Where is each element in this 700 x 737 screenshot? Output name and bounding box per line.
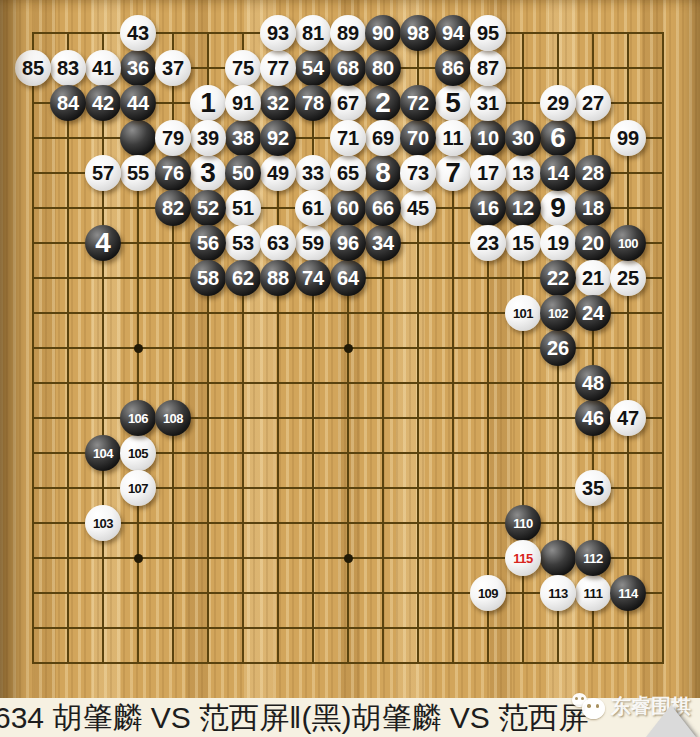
stone-number: 99 <box>617 128 639 148</box>
stone-number: 101 <box>513 307 533 320</box>
stone-number: 67 <box>337 93 359 113</box>
stone-number: 35 <box>582 478 604 498</box>
stone: 90 <box>365 15 401 51</box>
stone-number: 28 <box>582 163 604 183</box>
stone-number: 102 <box>548 307 568 320</box>
stone-number: 104 <box>93 447 113 460</box>
stone-number: 26 <box>547 338 569 358</box>
grid-line <box>662 32 664 664</box>
stone: 80 <box>365 50 401 86</box>
stone: 48 <box>575 365 611 401</box>
stone-number: 25 <box>617 268 639 288</box>
stone-number: 56 <box>197 233 219 253</box>
stone: 84 <box>50 85 86 121</box>
stone-number: 14 <box>547 163 569 183</box>
grid-line <box>32 662 664 664</box>
stone: 24 <box>575 295 611 331</box>
stone-number: 41 <box>92 58 114 78</box>
stone-number: 65 <box>337 163 359 183</box>
setup-stone <box>120 120 156 156</box>
stone-number: 74 <box>302 268 324 288</box>
setup-stone <box>540 540 576 576</box>
stone-number: 66 <box>372 198 394 218</box>
stone: 104 <box>85 435 121 471</box>
stone-number: 1 <box>200 89 216 117</box>
stone-number: 34 <box>372 233 394 253</box>
stone-number: 108 <box>163 412 183 425</box>
stone: 29 <box>540 85 576 121</box>
stone-number: 50 <box>232 163 254 183</box>
stone: 32 <box>260 85 296 121</box>
stone-number: 84 <box>57 93 79 113</box>
stone-number: 113 <box>548 587 567 600</box>
stone-number: 44 <box>127 93 149 113</box>
stone: 76 <box>155 155 191 191</box>
stone-number: 9 <box>550 194 566 222</box>
stone-number: 69 <box>372 128 394 148</box>
stone: 66 <box>365 190 401 226</box>
stone-number: 87 <box>477 58 499 78</box>
stone-number: 30 <box>512 128 534 148</box>
stone-number: 51 <box>232 198 254 218</box>
stone-number: 68 <box>337 58 359 78</box>
stone-number: 38 <box>232 128 254 148</box>
stone-number: 106 <box>128 412 148 425</box>
scroll-top-arrow[interactable] <box>646 705 696 737</box>
stone: 12 <box>505 190 541 226</box>
stone: 69 <box>365 120 401 156</box>
stone: 102 <box>540 295 576 331</box>
star-point <box>134 344 143 353</box>
stone-number: 23 <box>477 233 499 253</box>
stone-number: 112 <box>583 552 602 565</box>
stone: 63 <box>260 225 296 261</box>
stone: 53 <box>225 225 261 261</box>
stone-number: 29 <box>547 93 569 113</box>
stone: 96 <box>330 225 366 261</box>
stone: 105 <box>120 435 156 471</box>
stone: 110 <box>505 505 541 541</box>
caption-text: 634 胡肇麟 VS 范西屏‖(黑)胡肇麟 VS 范西屏 <box>0 698 588 737</box>
stone-number: 2 <box>375 89 391 117</box>
stone-number: 109 <box>478 587 498 600</box>
stone-number: 62 <box>232 268 254 288</box>
stone-number: 12 <box>512 198 534 218</box>
grid-line <box>32 382 664 384</box>
stone-number: 36 <box>127 58 149 78</box>
stone: 91 <box>225 85 261 121</box>
stone-number: 31 <box>477 93 499 113</box>
stone-number: 13 <box>512 163 534 183</box>
stone-number: 60 <box>337 198 359 218</box>
stone: 108 <box>155 400 191 436</box>
stone-number: 43 <box>127 23 149 43</box>
stone: 106 <box>120 400 156 436</box>
stone-number: 6 <box>550 124 566 152</box>
stone: 51 <box>225 190 261 226</box>
stone-number: 37 <box>162 58 184 78</box>
stone: 20 <box>575 225 611 261</box>
stone: 28 <box>575 155 611 191</box>
stone: 87 <box>470 50 506 86</box>
stone: 15 <box>505 225 541 261</box>
stone-number: 93 <box>267 23 289 43</box>
stone-number: 100 <box>618 237 638 250</box>
stone-number: 7 <box>445 159 461 187</box>
stone: 114 <box>610 575 646 611</box>
stone: 35 <box>575 470 611 506</box>
stone: 17 <box>470 155 506 191</box>
stone-number: 10 <box>477 128 499 148</box>
stone: 62 <box>225 260 261 296</box>
stone: 57 <box>85 155 121 191</box>
stone: 45 <box>400 190 436 226</box>
chat-bubble-large-icon <box>582 698 605 719</box>
stone: 101 <box>505 295 541 331</box>
stone-number: 77 <box>267 58 289 78</box>
stone: 93 <box>260 15 296 51</box>
star-point <box>134 554 143 563</box>
stone: 19 <box>540 225 576 261</box>
stone-number: 111 <box>584 587 603 600</box>
stone: 13 <box>505 155 541 191</box>
stone: 41 <box>85 50 121 86</box>
stone-number: 46 <box>582 408 604 428</box>
stone: 23 <box>470 225 506 261</box>
stone-number: 110 <box>513 517 532 530</box>
stone: 55 <box>120 155 156 191</box>
stone-number: 89 <box>337 23 359 43</box>
stone: 18 <box>575 190 611 226</box>
stone-number: 52 <box>197 198 219 218</box>
stone: 8 <box>365 155 401 191</box>
star-point <box>344 554 353 563</box>
stone: 59 <box>295 225 331 261</box>
stone: 103 <box>85 505 121 541</box>
stone: 82 <box>155 190 191 226</box>
stone-number: 105 <box>128 447 148 460</box>
stone: 86 <box>435 50 471 86</box>
stone: 115 <box>505 540 541 576</box>
stone: 68 <box>330 50 366 86</box>
stone-number: 5 <box>445 89 461 117</box>
stone: 78 <box>295 85 331 121</box>
stone: 113 <box>540 575 576 611</box>
stone: 50 <box>225 155 261 191</box>
stone: 11 <box>435 120 471 156</box>
stone: 77 <box>260 50 296 86</box>
wechat-icon <box>572 692 608 720</box>
stone-number: 19 <box>547 233 569 253</box>
stone-number: 24 <box>582 303 604 323</box>
stone-number: 94 <box>442 23 464 43</box>
stone: 94 <box>435 15 471 51</box>
stone: 107 <box>120 470 156 506</box>
stone-number: 63 <box>267 233 289 253</box>
stone: 9 <box>540 190 576 226</box>
stone: 25 <box>610 260 646 296</box>
stone-number: 16 <box>477 198 499 218</box>
stone: 27 <box>575 85 611 121</box>
stone-number: 75 <box>232 58 254 78</box>
stone: 95 <box>470 15 506 51</box>
stone-number: 20 <box>582 233 604 253</box>
stone: 16 <box>470 190 506 226</box>
stone-number: 86 <box>442 58 464 78</box>
stone: 36 <box>120 50 156 86</box>
stone: 71 <box>330 120 366 156</box>
stone: 33 <box>295 155 331 191</box>
stone-number: 33 <box>302 163 324 183</box>
stone-number: 58 <box>197 268 219 288</box>
stone: 111 <box>575 575 611 611</box>
stone-number: 47 <box>617 408 639 428</box>
stone-number: 81 <box>302 23 324 43</box>
stone: 34 <box>365 225 401 261</box>
stone-number: 83 <box>57 58 79 78</box>
stone: 81 <box>295 15 331 51</box>
stone: 99 <box>610 120 646 156</box>
stone: 56 <box>190 225 226 261</box>
stone: 64 <box>330 260 366 296</box>
stone: 100 <box>610 225 646 261</box>
stone-number: 114 <box>618 587 637 600</box>
stone: 46 <box>575 400 611 436</box>
stone: 112 <box>575 540 611 576</box>
stone-number: 98 <box>407 23 429 43</box>
stone: 1 <box>190 85 226 121</box>
stone-number: 82 <box>162 198 184 218</box>
stone: 79 <box>155 120 191 156</box>
stone-number: 103 <box>93 517 113 530</box>
stone-number: 92 <box>267 128 289 148</box>
stone: 88 <box>260 260 296 296</box>
stone: 74 <box>295 260 331 296</box>
stone-number: 91 <box>232 93 254 113</box>
stone-number: 70 <box>407 128 429 148</box>
stone: 5 <box>435 85 471 121</box>
stone: 60 <box>330 190 366 226</box>
grid-line <box>32 522 664 524</box>
stone-number: 95 <box>477 23 499 43</box>
stone: 6 <box>540 120 576 156</box>
stone-number: 22 <box>547 268 569 288</box>
stone-number: 57 <box>92 163 114 183</box>
star-point <box>344 344 353 353</box>
stone-number: 79 <box>162 128 184 148</box>
stone-number: 45 <box>407 198 429 218</box>
stone: 43 <box>120 15 156 51</box>
stone: 83 <box>50 50 86 86</box>
stone-number: 48 <box>582 373 604 393</box>
stone: 61 <box>295 190 331 226</box>
stone-number: 80 <box>372 58 394 78</box>
stone-number: 78 <box>302 93 324 113</box>
stone: 10 <box>470 120 506 156</box>
grid-line <box>32 627 664 629</box>
stone: 65 <box>330 155 366 191</box>
stone: 21 <box>575 260 611 296</box>
stone: 7 <box>435 155 471 191</box>
stone: 39 <box>190 120 226 156</box>
stone-number: 21 <box>582 268 604 288</box>
stone-number: 39 <box>197 128 219 148</box>
stone-number: 18 <box>582 198 604 218</box>
stone-number: 8 <box>375 159 391 187</box>
stone: 70 <box>400 120 436 156</box>
stone: 14 <box>540 155 576 191</box>
stone: 98 <box>400 15 436 51</box>
stone: 92 <box>260 120 296 156</box>
stone: 37 <box>155 50 191 86</box>
stone: 72 <box>400 85 436 121</box>
stone-number: 85 <box>22 58 44 78</box>
go-diagram-screen: 1234567891011121314151617181920212223242… <box>0 0 700 737</box>
stone-number: 42 <box>92 93 114 113</box>
stone-number: 17 <box>477 163 499 183</box>
stone-number: 59 <box>302 233 324 253</box>
stone: 52 <box>190 190 226 226</box>
stone: 38 <box>225 120 261 156</box>
stone-number: 96 <box>337 233 359 253</box>
stone: 109 <box>470 575 506 611</box>
stone-number: 76 <box>162 163 184 183</box>
stone-number: 64 <box>337 268 359 288</box>
stone-number: 49 <box>267 163 289 183</box>
stone: 47 <box>610 400 646 436</box>
stone-number: 55 <box>127 163 149 183</box>
stone: 3 <box>190 155 226 191</box>
stone: 30 <box>505 120 541 156</box>
stone: 44 <box>120 85 156 121</box>
stone: 26 <box>540 330 576 366</box>
stone-number: 107 <box>128 482 148 495</box>
stone-number: 3 <box>200 159 216 187</box>
stone: 22 <box>540 260 576 296</box>
stone-number: 90 <box>372 23 394 43</box>
stone-number: 27 <box>582 93 604 113</box>
stone: 2 <box>365 85 401 121</box>
stone-number: 73 <box>407 163 429 183</box>
stone-number: 71 <box>337 128 359 148</box>
stone: 67 <box>330 85 366 121</box>
stone: 85 <box>15 50 51 86</box>
stone-number: 15 <box>512 233 534 253</box>
stone-number: 115 <box>513 552 532 565</box>
stone: 49 <box>260 155 296 191</box>
stone-number: 61 <box>302 198 324 218</box>
stone: 58 <box>190 260 226 296</box>
stone: 42 <box>85 85 121 121</box>
stone: 89 <box>330 15 366 51</box>
stone: 54 <box>295 50 331 86</box>
stone-number: 88 <box>267 268 289 288</box>
stone-number: 4 <box>95 229 111 257</box>
stone: 31 <box>470 85 506 121</box>
stone: 4 <box>85 225 121 261</box>
stone-number: 72 <box>407 93 429 113</box>
stone: 75 <box>225 50 261 86</box>
stone-number: 11 <box>442 128 463 148</box>
stone-number: 53 <box>232 233 254 253</box>
stone-number: 32 <box>267 93 289 113</box>
stone: 73 <box>400 155 436 191</box>
stone-number: 54 <box>302 58 324 78</box>
